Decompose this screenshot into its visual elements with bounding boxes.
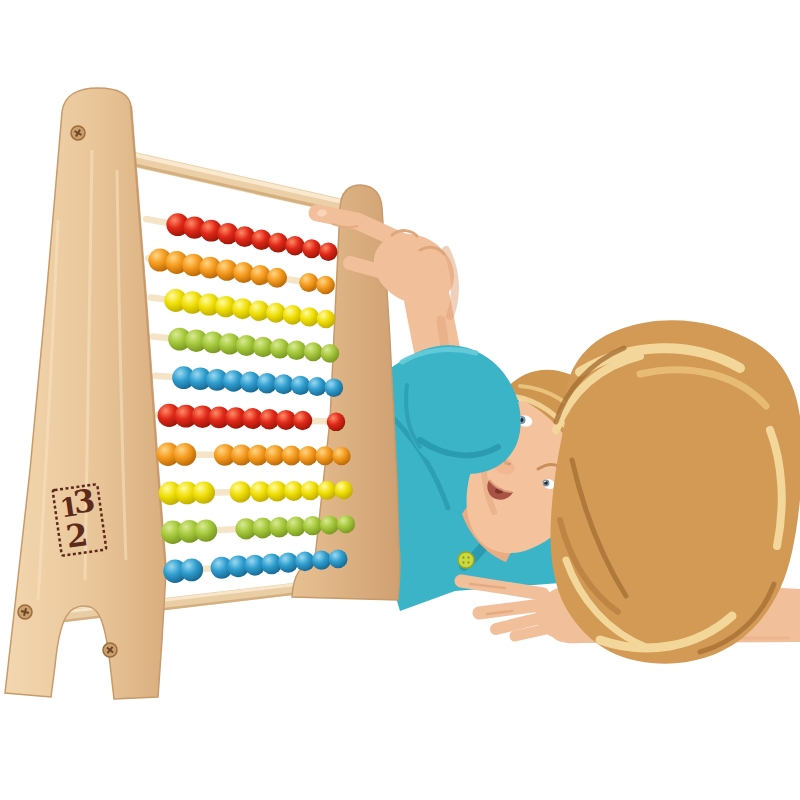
bead-orange-row7[interactable] (282, 446, 302, 466)
bead-orange-row7[interactable] (173, 443, 196, 466)
bead-yellow-row8[interactable] (284, 481, 304, 501)
bead-yellow-row3[interactable] (317, 310, 336, 329)
bead-yellow-row8[interactable] (193, 481, 215, 503)
screw (103, 643, 117, 657)
bead-orange-row2[interactable] (299, 273, 318, 292)
bead-green-row4[interactable] (270, 339, 290, 359)
bead-yellow-row8[interactable] (335, 481, 353, 499)
bead-orange-row2[interactable] (267, 268, 287, 288)
bead-blue-row10[interactable] (295, 552, 315, 572)
bead-blue-row5[interactable] (325, 378, 344, 397)
product-photo: 1 3 2 (0, 0, 800, 800)
bead-red-row1[interactable] (302, 239, 321, 258)
bead-green-row4[interactable] (321, 344, 340, 363)
bead-green-row4[interactable] (304, 342, 323, 361)
bead-blue-row10[interactable] (312, 551, 331, 570)
screw (71, 126, 85, 140)
bead-orange-row7[interactable] (332, 447, 350, 465)
bead-green-row9[interactable] (195, 519, 217, 541)
bead-red-row6[interactable] (293, 411, 312, 430)
bead-green-row4[interactable] (287, 340, 307, 360)
bead-yellow-row3[interactable] (283, 305, 303, 325)
bead-orange-row7[interactable] (315, 446, 334, 465)
bead-yellow-row8[interactable] (318, 481, 337, 500)
bead-blue-row10[interactable] (180, 559, 203, 582)
bead-yellow-row8[interactable] (301, 481, 320, 500)
bead-blue-row5[interactable] (291, 376, 310, 395)
bead-green-row9[interactable] (337, 515, 355, 533)
bead-red-row6[interactable] (327, 413, 346, 432)
bead-red-row1[interactable] (268, 233, 288, 253)
finger (479, 604, 549, 613)
bead-orange-row7[interactable] (299, 446, 318, 465)
bead-green-row9[interactable] (286, 517, 306, 537)
bead-blue-row5[interactable] (308, 377, 327, 396)
bead-blue-row10[interactable] (329, 550, 348, 569)
scene: 1 3 2 (0, 0, 800, 800)
bead-yellow-row8[interactable] (230, 481, 251, 502)
bead-green-row9[interactable] (303, 516, 322, 535)
bead-red-row1[interactable] (285, 236, 304, 255)
bead-red-row1[interactable] (251, 230, 271, 250)
bead-green-row9[interactable] (320, 515, 339, 534)
bead-yellow-row3[interactable] (266, 303, 286, 323)
bead-yellow-row3[interactable] (300, 307, 319, 326)
screw (18, 605, 32, 619)
bead-red-row1[interactable] (319, 243, 337, 261)
nostril (507, 463, 511, 466)
bead-orange-row2[interactable] (316, 276, 335, 295)
bead-blue-row5[interactable] (274, 374, 294, 394)
shirt-button (458, 552, 474, 568)
